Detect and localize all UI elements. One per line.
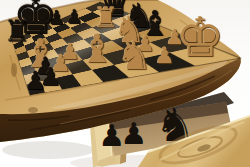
floor-shadow	[2, 141, 94, 159]
wood-knot	[11, 63, 17, 77]
chess-set-photo: ♟♟♞ ♜♚♟♟♛♜♞♝♟♞♝♟	[0, 0, 250, 167]
drawer-piece-bP: ♟	[121, 116, 148, 151]
wood-knot	[28, 107, 38, 113]
